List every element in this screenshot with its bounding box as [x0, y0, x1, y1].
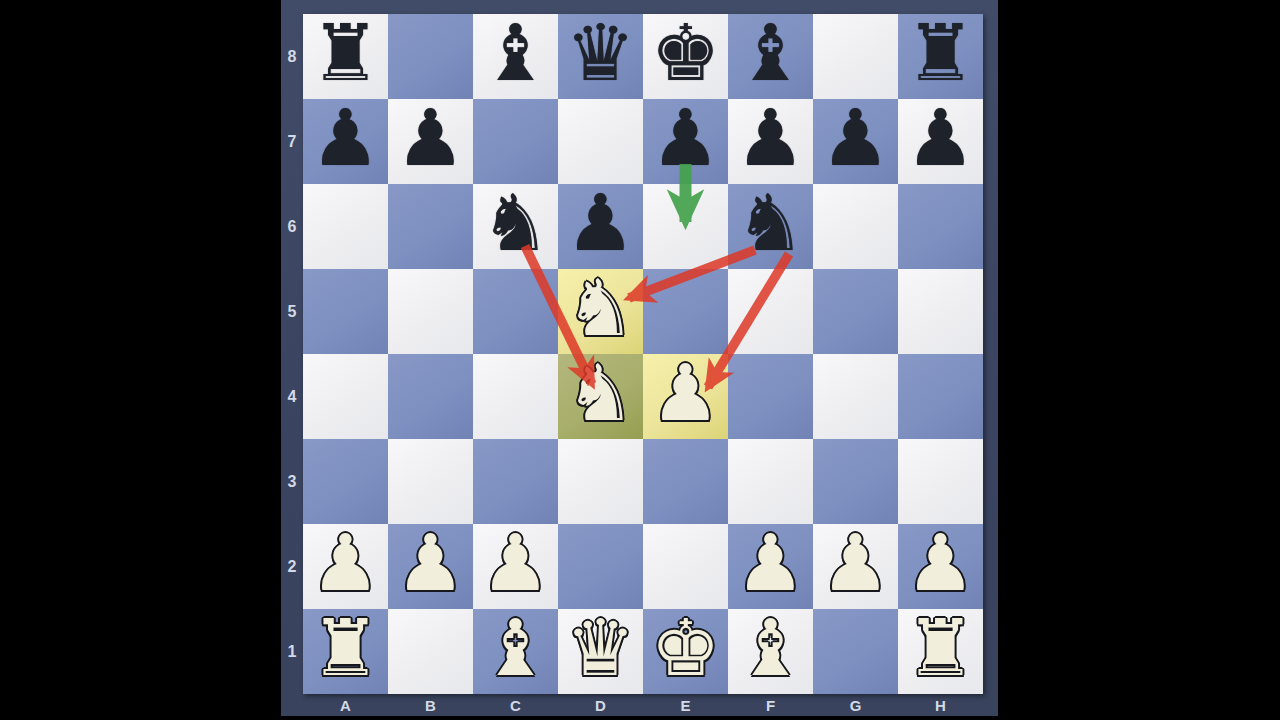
piece-white-knight-d4[interactable]: ♞ [566, 351, 636, 436]
file-label-h: H [898, 694, 983, 716]
square-d5[interactable]: ♞ [558, 269, 643, 354]
square-a8[interactable]: ♜ [303, 14, 388, 99]
square-g2[interactable]: ♟ [813, 524, 898, 609]
square-b1[interactable] [388, 609, 473, 694]
piece-black-king-e8[interactable]: ♚ [651, 11, 721, 96]
square-d4[interactable]: ♞ [558, 354, 643, 439]
file-label-g: G [813, 694, 898, 716]
square-b7[interactable]: ♟ [388, 99, 473, 184]
piece-black-bishop-f8[interactable]: ♝ [736, 11, 806, 96]
square-b2[interactable]: ♟ [388, 524, 473, 609]
piece-white-bishop-f1[interactable]: ♝ [736, 606, 806, 691]
piece-white-queen-d1[interactable]: ♛ [566, 606, 636, 691]
rank-labels: 87654321 [281, 14, 303, 694]
square-e6[interactable] [643, 184, 728, 269]
square-h5[interactable] [898, 269, 983, 354]
square-f4[interactable] [728, 354, 813, 439]
piece-black-knight-c6[interactable]: ♞ [481, 181, 551, 266]
square-c3[interactable] [473, 439, 558, 524]
square-e2[interactable] [643, 524, 728, 609]
square-b3[interactable] [388, 439, 473, 524]
square-f6[interactable]: ♞ [728, 184, 813, 269]
square-g3[interactable] [813, 439, 898, 524]
square-c1[interactable]: ♝ [473, 609, 558, 694]
square-h4[interactable] [898, 354, 983, 439]
square-f3[interactable] [728, 439, 813, 524]
square-h3[interactable] [898, 439, 983, 524]
chess-board[interactable]: ♜♝♛♚♝♜♟♟♟♟♟♟♞♟♞♞♞♟♟♟♟♟♟♟♜♝♛♚♝♜ [303, 14, 983, 694]
square-b6[interactable] [388, 184, 473, 269]
piece-black-pawn-d6[interactable]: ♟ [566, 181, 636, 266]
piece-black-pawn-h7[interactable]: ♟ [906, 96, 976, 181]
square-b5[interactable] [388, 269, 473, 354]
piece-white-knight-d5[interactable]: ♞ [566, 266, 636, 351]
file-label-e: E [643, 694, 728, 716]
file-label-b: B [388, 694, 473, 716]
square-d6[interactable]: ♟ [558, 184, 643, 269]
square-c2[interactable]: ♟ [473, 524, 558, 609]
rank-label-4: 4 [281, 354, 303, 439]
piece-black-pawn-e7[interactable]: ♟ [651, 96, 721, 181]
rank-label-7: 7 [281, 99, 303, 184]
piece-white-rook-a1[interactable]: ♜ [311, 606, 381, 691]
square-e8[interactable]: ♚ [643, 14, 728, 99]
square-c8[interactable]: ♝ [473, 14, 558, 99]
square-f5[interactable] [728, 269, 813, 354]
letterbox-stage: 87654321 ♜♝♛♚♝♜♟♟♟♟♟♟♞♟♞♞♞♟♟♟♟♟♟♟♜♝♛♚♝♜ … [0, 0, 1280, 720]
square-g6[interactable] [813, 184, 898, 269]
square-b4[interactable] [388, 354, 473, 439]
square-f1[interactable]: ♝ [728, 609, 813, 694]
square-g5[interactable] [813, 269, 898, 354]
file-label-c: C [473, 694, 558, 716]
chess-board-frame: 87654321 ♜♝♛♚♝♜♟♟♟♟♟♟♞♟♞♞♞♟♟♟♟♟♟♟♜♝♛♚♝♜ … [281, 0, 998, 716]
piece-black-rook-a8[interactable]: ♜ [311, 11, 381, 96]
file-label-d: D [558, 694, 643, 716]
square-d2[interactable] [558, 524, 643, 609]
piece-white-pawn-e4[interactable]: ♟ [651, 351, 721, 436]
piece-white-pawn-b2[interactable]: ♟ [396, 521, 466, 606]
square-c4[interactable] [473, 354, 558, 439]
piece-white-pawn-h2[interactable]: ♟ [906, 521, 976, 606]
square-c5[interactable] [473, 269, 558, 354]
piece-white-king-e1[interactable]: ♚ [651, 606, 721, 691]
square-d7[interactable] [558, 99, 643, 184]
square-c6[interactable]: ♞ [473, 184, 558, 269]
square-e1[interactable]: ♚ [643, 609, 728, 694]
square-h2[interactable]: ♟ [898, 524, 983, 609]
piece-black-queen-d8[interactable]: ♛ [566, 11, 636, 96]
square-a5[interactable] [303, 269, 388, 354]
square-h8[interactable]: ♜ [898, 14, 983, 99]
square-e7[interactable]: ♟ [643, 99, 728, 184]
square-g8[interactable] [813, 14, 898, 99]
square-d3[interactable] [558, 439, 643, 524]
rank-label-5: 5 [281, 269, 303, 354]
piece-black-knight-f6[interactable]: ♞ [736, 181, 806, 266]
square-h6[interactable] [898, 184, 983, 269]
piece-black-pawn-b7[interactable]: ♟ [396, 96, 466, 181]
square-b8[interactable] [388, 14, 473, 99]
square-g1[interactable] [813, 609, 898, 694]
square-g7[interactable]: ♟ [813, 99, 898, 184]
piece-white-pawn-c2[interactable]: ♟ [481, 521, 551, 606]
square-d1[interactable]: ♛ [558, 609, 643, 694]
rank-label-1: 1 [281, 609, 303, 694]
piece-white-rook-h1[interactable]: ♜ [906, 606, 976, 691]
piece-black-pawn-f7[interactable]: ♟ [736, 96, 806, 181]
piece-white-pawn-a2[interactable]: ♟ [311, 521, 381, 606]
rank-label-2: 2 [281, 524, 303, 609]
piece-black-pawn-g7[interactable]: ♟ [821, 96, 891, 181]
piece-black-bishop-c8[interactable]: ♝ [481, 11, 551, 96]
rank-label-6: 6 [281, 184, 303, 269]
square-e3[interactable] [643, 439, 728, 524]
square-h7[interactable]: ♟ [898, 99, 983, 184]
square-a7[interactable]: ♟ [303, 99, 388, 184]
piece-black-pawn-a7[interactable]: ♟ [311, 96, 381, 181]
square-c7[interactable] [473, 99, 558, 184]
square-d8[interactable]: ♛ [558, 14, 643, 99]
piece-white-pawn-g2[interactable]: ♟ [821, 521, 891, 606]
square-a4[interactable] [303, 354, 388, 439]
square-a6[interactable] [303, 184, 388, 269]
rank-label-3: 3 [281, 439, 303, 524]
square-f2[interactable]: ♟ [728, 524, 813, 609]
rank-label-8: 8 [281, 14, 303, 99]
file-label-a: A [303, 694, 388, 716]
square-g4[interactable] [813, 354, 898, 439]
square-a2[interactable]: ♟ [303, 524, 388, 609]
square-a1[interactable]: ♜ [303, 609, 388, 694]
square-e5[interactable] [643, 269, 728, 354]
square-a3[interactable] [303, 439, 388, 524]
piece-black-rook-h8[interactable]: ♜ [906, 11, 976, 96]
piece-white-bishop-c1[interactable]: ♝ [481, 606, 551, 691]
file-labels: ABCDEFGH [303, 694, 983, 716]
square-h1[interactable]: ♜ [898, 609, 983, 694]
piece-white-pawn-f2[interactable]: ♟ [736, 521, 806, 606]
square-f7[interactable]: ♟ [728, 99, 813, 184]
square-e4[interactable]: ♟ [643, 354, 728, 439]
file-label-f: F [728, 694, 813, 716]
square-f8[interactable]: ♝ [728, 14, 813, 99]
